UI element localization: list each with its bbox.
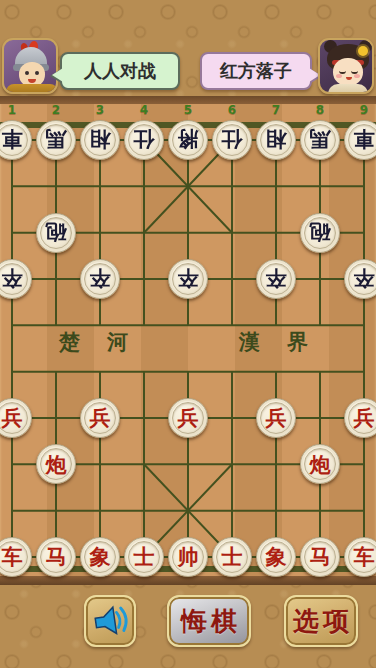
piece-glyph: 仕 <box>125 121 163 159</box>
undo-move-button[interactable]: 悔棋 <box>167 595 251 647</box>
avatar-armor <box>6 84 58 94</box>
turn-indicator-bubble: 红方落子 <box>200 52 312 90</box>
piece-red-advisor[interactable]: 士 <box>124 537 164 577</box>
piece-glyph: 士 <box>213 538 251 576</box>
piece-glyph: 车 <box>345 538 376 576</box>
xiangqi-app-screen: 人人对战 红方落子 <box>0 0 376 668</box>
avatar-eye <box>25 71 29 75</box>
piece-glyph: 砲 <box>301 214 339 252</box>
file-number: 1 <box>2 103 22 117</box>
options-button[interactable]: 选项 <box>284 595 358 647</box>
piece-black-horse[interactable]: 馬 <box>300 120 340 160</box>
avatar-cheek <box>354 74 360 78</box>
avatar-eye <box>35 71 39 75</box>
piece-glyph: 车 <box>0 538 31 576</box>
piece-red-horse[interactable]: 马 <box>300 537 340 577</box>
piece-glyph: 象 <box>81 538 119 576</box>
piece-glyph: 兵 <box>81 399 119 437</box>
file-number: 3 <box>90 103 110 117</box>
game-mode-bubble: 人人对战 <box>60 52 180 90</box>
piece-black-cannon[interactable]: 砲 <box>36 213 76 253</box>
right-player-avatar <box>318 38 374 94</box>
piece-glyph: 炮 <box>37 445 75 483</box>
file-number: 4 <box>134 103 154 117</box>
piece-glyph: 馬 <box>301 121 339 159</box>
options-label: 选项 <box>289 604 353 639</box>
piece-black-soldier[interactable]: 卒 <box>80 259 120 299</box>
left-player-avatar <box>2 38 58 94</box>
file-number: 8 <box>310 103 330 117</box>
sound-button[interactable] <box>84 595 136 647</box>
piece-black-general[interactable]: 將 <box>168 120 208 160</box>
board-bottom-edge <box>0 576 376 585</box>
piece-glyph: 马 <box>37 538 75 576</box>
piece-red-advisor[interactable]: 士 <box>212 537 252 577</box>
piece-red-general[interactable]: 帅 <box>168 537 208 577</box>
piece-red-soldier[interactable]: 兵 <box>80 398 120 438</box>
piece-glyph: 马 <box>301 538 339 576</box>
piece-black-chariot[interactable]: 車 <box>344 120 376 160</box>
piece-red-cannon[interactable]: 炮 <box>300 444 340 484</box>
piece-glyph: 仕 <box>213 121 251 159</box>
piece-red-soldier[interactable]: 兵 <box>168 398 208 438</box>
piece-black-soldier[interactable]: 卒 <box>344 259 376 299</box>
file-number: 2 <box>46 103 66 117</box>
undo-move-label: 悔棋 <box>177 604 241 639</box>
piece-glyph: 兵 <box>345 399 376 437</box>
piece-glyph: 兵 <box>257 399 295 437</box>
game-mode-label: 人人对战 <box>84 59 156 83</box>
river-label-right: 漢界 <box>239 328 335 356</box>
piece-black-soldier[interactable]: 卒 <box>256 259 296 299</box>
piece-black-advisor[interactable]: 仕 <box>124 120 164 160</box>
piece-red-soldier[interactable]: 兵 <box>256 398 296 438</box>
file-number: 5 <box>178 103 198 117</box>
piece-red-elephant[interactable]: 象 <box>256 537 296 577</box>
piece-black-soldier[interactable]: 卒 <box>0 259 32 299</box>
piece-glyph: 相 <box>257 121 295 159</box>
piece-glyph: 兵 <box>169 399 207 437</box>
piece-black-soldier[interactable]: 卒 <box>168 259 208 299</box>
piece-glyph: 卒 <box>169 260 207 298</box>
piece-glyph: 卒 <box>257 260 295 298</box>
river-label-left: 楚河 <box>59 328 155 356</box>
avatar-cheek <box>336 74 342 78</box>
file-number: 7 <box>266 103 286 117</box>
piece-black-advisor[interactable]: 仕 <box>212 120 252 160</box>
piece-red-elephant[interactable]: 象 <box>80 537 120 577</box>
piece-glyph: 相 <box>81 121 119 159</box>
turn-indicator-label: 红方落子 <box>220 59 292 83</box>
piece-glyph: 兵 <box>0 399 31 437</box>
flower-icon <box>358 46 368 56</box>
piece-red-chariot[interactable]: 车 <box>344 537 376 577</box>
avatar-robe <box>328 84 368 94</box>
piece-glyph: 卒 <box>0 260 31 298</box>
speaker-icon <box>89 600 132 643</box>
piece-glyph: 帅 <box>169 538 207 576</box>
xiangqi-board[interactable]: 楚河 漢界 123456789 123456789 車馬相仕將仕相馬車砲砲卒卒卒… <box>0 96 376 585</box>
piece-black-chariot[interactable]: 車 <box>0 120 32 160</box>
piece-black-cannon[interactable]: 砲 <box>300 213 340 253</box>
piece-glyph: 象 <box>257 538 295 576</box>
piece-glyph: 將 <box>169 121 207 159</box>
piece-black-elephant[interactable]: 相 <box>80 120 120 160</box>
piece-red-soldier[interactable]: 兵 <box>0 398 32 438</box>
piece-glyph: 砲 <box>37 214 75 252</box>
piece-glyph: 卒 <box>345 260 376 298</box>
piece-glyph: 炮 <box>301 445 339 483</box>
avatar-face <box>333 58 363 86</box>
piece-glyph: 車 <box>0 121 31 159</box>
piece-glyph: 車 <box>345 121 376 159</box>
piece-glyph: 卒 <box>81 260 119 298</box>
file-number: 6 <box>222 103 242 117</box>
piece-red-horse[interactable]: 马 <box>36 537 76 577</box>
piece-glyph: 馬 <box>37 121 75 159</box>
file-number: 9 <box>354 103 374 117</box>
piece-black-horse[interactable]: 馬 <box>36 120 76 160</box>
piece-glyph: 士 <box>125 538 163 576</box>
piece-red-chariot[interactable]: 车 <box>0 537 32 577</box>
piece-black-elephant[interactable]: 相 <box>256 120 296 160</box>
piece-red-soldier[interactable]: 兵 <box>344 398 376 438</box>
piece-red-cannon[interactable]: 炮 <box>36 444 76 484</box>
